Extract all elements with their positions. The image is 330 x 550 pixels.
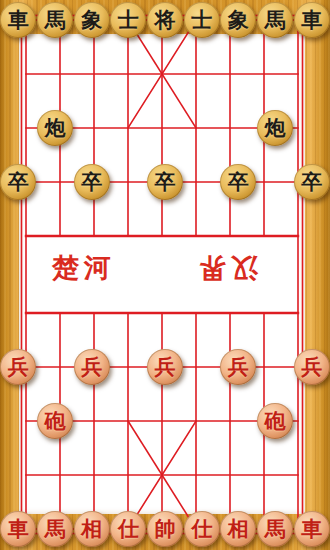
piece-red-soldier[interactable]: 兵 (220, 349, 256, 385)
piece-character: 砲 (44, 411, 65, 432)
piece-character: 相 (228, 519, 249, 540)
piece-character: 馬 (264, 10, 285, 31)
piece-black-cannon[interactable]: 炮 (257, 110, 293, 146)
piece-black-chariot[interactable]: 車 (294, 2, 330, 38)
piece-black-general[interactable]: 将 (147, 2, 183, 38)
piece-black-soldier[interactable]: 卒 (74, 164, 110, 200)
piece-black-cannon[interactable]: 炮 (37, 110, 73, 146)
piece-black-elephant[interactable]: 象 (74, 2, 110, 38)
piece-character: 車 (8, 10, 29, 31)
piece-character: 馬 (44, 10, 65, 31)
piece-red-chariot[interactable]: 車 (0, 511, 36, 547)
piece-grid: 車馬象士将士象馬車炮炮卒卒卒卒卒兵兵兵兵兵砲砲車馬相仕帥仕相馬車 (0, 0, 330, 550)
piece-character: 将 (154, 10, 175, 31)
piece-character: 車 (301, 10, 322, 31)
piece-character: 卒 (81, 172, 102, 193)
piece-character: 象 (228, 10, 249, 31)
piece-red-general[interactable]: 帥 (147, 511, 183, 547)
piece-character: 士 (191, 10, 212, 31)
piece-red-advisor[interactable]: 仕 (110, 511, 146, 547)
piece-character: 兵 (228, 357, 249, 378)
piece-character: 砲 (264, 411, 285, 432)
piece-red-horse[interactable]: 馬 (257, 511, 293, 547)
piece-black-horse[interactable]: 馬 (257, 2, 293, 38)
piece-red-soldier[interactable]: 兵 (147, 349, 183, 385)
piece-red-horse[interactable]: 馬 (37, 511, 73, 547)
piece-black-soldier[interactable]: 卒 (220, 164, 256, 200)
piece-red-advisor[interactable]: 仕 (184, 511, 220, 547)
piece-character: 車 (8, 519, 29, 540)
piece-character: 兵 (154, 357, 175, 378)
piece-character: 帥 (154, 519, 175, 540)
piece-character: 卒 (154, 172, 175, 193)
piece-red-soldier[interactable]: 兵 (74, 349, 110, 385)
piece-black-soldier[interactable]: 卒 (0, 164, 36, 200)
piece-character: 士 (118, 10, 139, 31)
piece-character: 卒 (8, 172, 29, 193)
piece-character: 兵 (8, 357, 29, 378)
piece-black-elephant[interactable]: 象 (220, 2, 256, 38)
piece-character: 馬 (264, 519, 285, 540)
piece-black-advisor[interactable]: 士 (110, 2, 146, 38)
piece-red-chariot[interactable]: 車 (294, 511, 330, 547)
piece-red-soldier[interactable]: 兵 (0, 349, 36, 385)
piece-character: 卒 (301, 172, 322, 193)
piece-character: 炮 (44, 118, 65, 139)
piece-character: 兵 (81, 357, 102, 378)
piece-character: 炮 (264, 118, 285, 139)
piece-black-advisor[interactable]: 士 (184, 2, 220, 38)
piece-character: 兵 (301, 357, 322, 378)
piece-red-cannon[interactable]: 砲 (257, 403, 293, 439)
piece-character: 馬 (44, 519, 65, 540)
piece-black-chariot[interactable]: 車 (0, 2, 36, 38)
piece-black-soldier[interactable]: 卒 (147, 164, 183, 200)
piece-red-elephant[interactable]: 相 (74, 511, 110, 547)
piece-character: 仕 (118, 519, 139, 540)
piece-character: 相 (81, 519, 102, 540)
piece-red-soldier[interactable]: 兵 (294, 349, 330, 385)
piece-red-elephant[interactable]: 相 (220, 511, 256, 547)
piece-character: 仕 (191, 519, 212, 540)
piece-red-cannon[interactable]: 砲 (37, 403, 73, 439)
xiangqi-board: 楚河 汉界 車馬象士将士象馬車炮炮卒卒卒卒卒兵兵兵兵兵砲砲車馬相仕帥仕相馬車 (0, 0, 330, 550)
piece-black-soldier[interactable]: 卒 (294, 164, 330, 200)
piece-character: 車 (301, 519, 322, 540)
piece-character: 象 (81, 10, 102, 31)
piece-black-horse[interactable]: 馬 (37, 2, 73, 38)
piece-character: 卒 (228, 172, 249, 193)
